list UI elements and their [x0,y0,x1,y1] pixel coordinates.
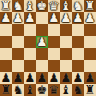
square-c4[interactable] [60,36,72,48]
square-h4[interactable] [0,36,12,48]
black-rook-h8[interactable]: ♜ [1,84,12,96]
square-f5[interactable] [24,48,36,60]
white-pawn-b2[interactable]: ♟ [73,12,84,24]
square-a2[interactable]: ♟ [84,12,96,24]
white-pawn-c2[interactable]: ♟ [61,12,72,24]
black-knight-b8[interactable]: ♞ [73,84,84,96]
square-g3[interactable] [12,24,24,36]
square-d2[interactable]: ♟ [48,12,60,24]
square-a3[interactable] [84,24,96,36]
square-a4[interactable] [84,36,96,48]
square-b3[interactable] [72,24,84,36]
square-e5[interactable] [36,48,48,60]
square-f2[interactable]: ♟ [24,12,36,24]
square-g4[interactable] [12,36,24,48]
white-pawn-f2[interactable]: ♟ [25,12,36,24]
square-c2[interactable]: ♟ [60,12,72,24]
square-h2[interactable]: ♟ [0,12,12,24]
square-d8[interactable]: ♛ [48,84,60,96]
square-g2[interactable]: ♟ [12,12,24,24]
square-c5[interactable] [60,48,72,60]
square-f3[interactable] [24,24,36,36]
black-queen-d8[interactable]: ♛ [49,84,60,96]
square-d3[interactable] [48,24,60,36]
square-b5[interactable] [72,48,84,60]
chess-board: ♜♞♝♚♛♝♞♜♟♟♟♟♟♟♟♟♟♟♟♟♟♟♟♟♜♞♝♚♛♝♞♜ [0,0,100,100]
black-king-e8[interactable]: ♚ [37,84,48,96]
square-d5[interactable] [48,48,60,60]
black-bishop-c8[interactable]: ♝ [61,84,72,96]
square-h3[interactable] [0,24,12,36]
square-e1[interactable]: ♚ [36,0,48,12]
square-c8[interactable]: ♝ [60,84,72,96]
white-king-e1[interactable]: ♚ [37,0,48,12]
square-c3[interactable] [60,24,72,36]
square-b4[interactable] [72,36,84,48]
square-b2[interactable]: ♟ [72,12,84,24]
square-d4[interactable] [48,36,60,48]
square-h8[interactable]: ♜ [0,84,12,96]
square-a8[interactable]: ♜ [84,84,96,96]
black-rook-a8[interactable]: ♜ [85,84,96,96]
square-e8[interactable]: ♚ [36,84,48,96]
square-f4[interactable] [24,36,36,48]
square-e2[interactable] [36,12,48,24]
square-g5[interactable] [12,48,24,60]
square-f8[interactable]: ♝ [24,84,36,96]
white-pawn-h2[interactable]: ♟ [1,12,12,24]
white-pawn-g2[interactable]: ♟ [13,12,24,24]
square-a5[interactable] [84,48,96,60]
square-e4-last-move-highlight[interactable]: ♟ [36,36,48,48]
white-pawn-e4[interactable]: ♟ [37,36,48,48]
black-knight-g8[interactable]: ♞ [13,84,24,96]
white-pawn-d2[interactable]: ♟ [49,12,60,24]
black-bishop-f8[interactable]: ♝ [25,84,36,96]
square-b8[interactable]: ♞ [72,84,84,96]
white-pawn-a2[interactable]: ♟ [85,12,96,24]
square-g8[interactable]: ♞ [12,84,24,96]
square-h5[interactable] [0,48,12,60]
